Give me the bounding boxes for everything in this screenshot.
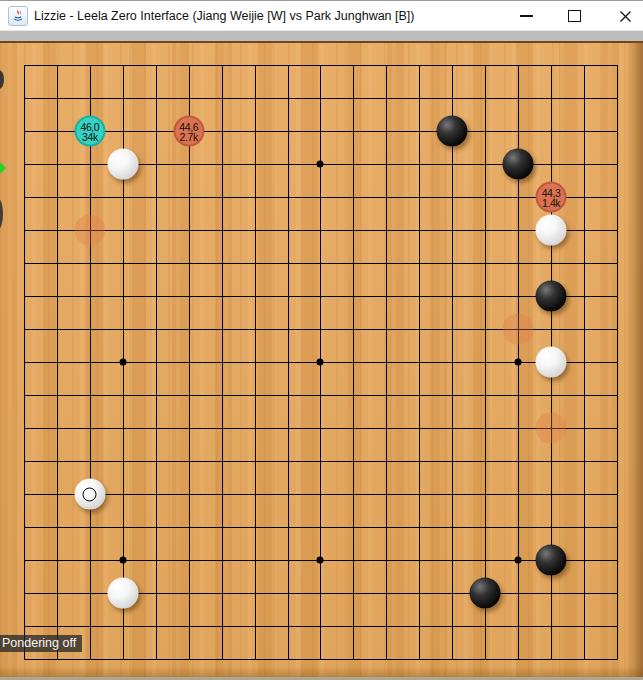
left-edge-artifact-arrow-icon bbox=[0, 162, 6, 174]
hint-C17[interactable]: 46,034k bbox=[74, 116, 105, 147]
maximize-button[interactable] bbox=[561, 1, 587, 31]
java-app-icon bbox=[8, 6, 28, 26]
go-board[interactable]: 46,034k44,62.7k44,31.4k Pondering off bbox=[0, 41, 643, 680]
white-stone-C6 bbox=[74, 479, 105, 510]
hint-winrate: 44,3 bbox=[542, 187, 561, 197]
hint-visits: 34k bbox=[82, 131, 98, 141]
black-stone-P3 bbox=[470, 578, 501, 609]
window-title: Lizzie - Leela Zero Interface (Jiang Wei… bbox=[34, 1, 414, 31]
hint-R8[interactable] bbox=[536, 413, 567, 444]
hint-winrate: 44,6 bbox=[179, 121, 198, 131]
star-point-D10 bbox=[119, 359, 126, 366]
star-point-Q10 bbox=[515, 359, 522, 366]
hint-C14[interactable] bbox=[74, 215, 105, 246]
white-stone-D16 bbox=[107, 149, 138, 180]
white-stone-R14 bbox=[536, 215, 567, 246]
app-window: Lizzie - Leela Zero Interface (Jiang Wei… bbox=[0, 0, 643, 680]
black-stone-R12 bbox=[536, 281, 567, 312]
hint-winrate: 46,0 bbox=[80, 121, 99, 131]
window-strip bbox=[0, 30, 643, 41]
minimize-icon bbox=[520, 15, 533, 17]
board-right-bevel bbox=[626, 43, 643, 680]
last-move-marker bbox=[83, 487, 97, 501]
star-point-D4 bbox=[119, 557, 126, 564]
maximize-icon bbox=[568, 10, 581, 22]
java-coffee-cup-icon bbox=[11, 9, 25, 23]
black-stone-R4 bbox=[536, 545, 567, 576]
hint-R15[interactable]: 44,31.4k bbox=[536, 182, 567, 213]
left-edge-artifact-stone bbox=[0, 199, 3, 229]
white-stone-D3 bbox=[107, 578, 138, 609]
black-stone-Q16 bbox=[503, 149, 534, 180]
star-point-K4 bbox=[317, 557, 324, 564]
left-edge-artifact-stone bbox=[0, 70, 4, 89]
black-stone-O17 bbox=[437, 116, 468, 147]
star-point-K10 bbox=[317, 359, 324, 366]
hint-visits: 2.7k bbox=[180, 131, 198, 141]
star-point-K16 bbox=[317, 161, 324, 168]
star-point-Q4 bbox=[515, 557, 522, 564]
minimize-button[interactable] bbox=[513, 1, 539, 31]
close-icon bbox=[619, 10, 632, 23]
hint-Q11[interactable] bbox=[503, 314, 534, 345]
white-stone-R10 bbox=[536, 347, 567, 378]
hint-F17[interactable]: 44,62.7k bbox=[173, 116, 204, 147]
hint-visits: 1.4k bbox=[542, 197, 560, 207]
close-button[interactable] bbox=[612, 1, 638, 31]
window-titlebar: Lizzie - Leela Zero Interface (Jiang Wei… bbox=[0, 0, 643, 30]
pondering-status: Pondering off bbox=[0, 635, 82, 652]
